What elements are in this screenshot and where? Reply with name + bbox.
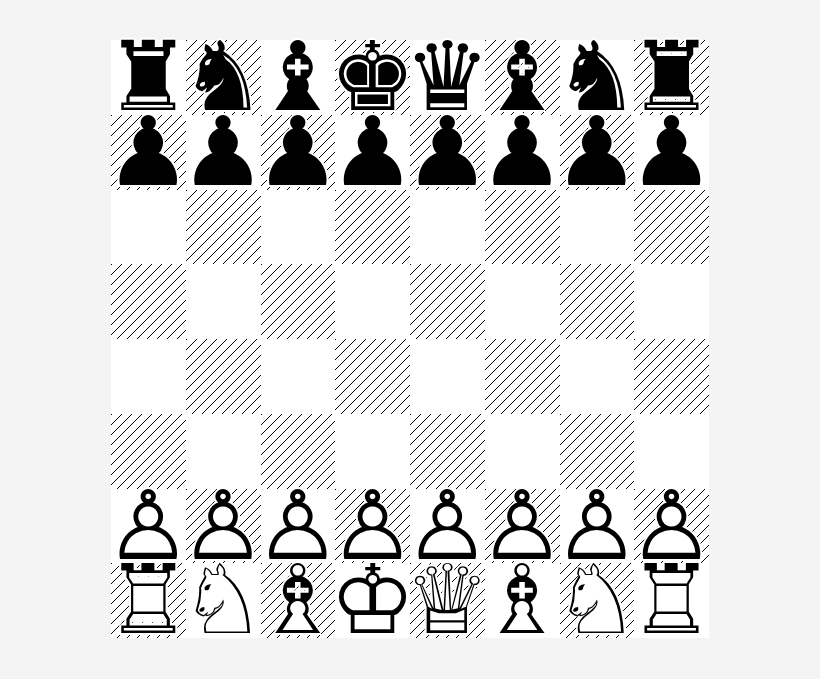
square-f1[interactable]: ♝♗	[485, 563, 560, 638]
square-f7[interactable]: ♟	[485, 115, 560, 190]
piece-fill-layer: ♟	[111, 489, 186, 564]
square-g5[interactable]	[560, 264, 635, 339]
piece-fill-layer: ♟	[186, 489, 261, 564]
square-d3[interactable]	[335, 414, 410, 489]
piece-fill-layer: ♟	[634, 489, 709, 564]
piece-white-bishop: ♝♗	[261, 563, 336, 638]
square-d2[interactable]: ♟♙	[335, 489, 410, 564]
square-f2[interactable]: ♟♙	[485, 489, 560, 564]
piece-white-king: ♚♔	[335, 563, 410, 638]
page-background: ♜♞♝♚♛♝♞♜♟♟♟♟♟♟♟♟♟♙♟♙♟♙♟♙♟♙♟♙♟♙♟♙♜♖♞♘♝♗♚♔…	[0, 0, 820, 679]
piece-black-queen: ♛	[410, 40, 485, 115]
square-h5[interactable]	[634, 264, 709, 339]
square-c1[interactable]: ♝♗	[261, 563, 336, 638]
square-c2[interactable]: ♟♙	[261, 489, 336, 564]
piece-outline-layer: ♙	[335, 489, 410, 564]
square-g2[interactable]: ♟♙	[560, 489, 635, 564]
square-h3[interactable]	[634, 414, 709, 489]
square-a2[interactable]: ♟♙	[111, 489, 186, 564]
piece-black-bishop: ♝	[485, 40, 560, 115]
piece-outline-layer: ♘	[186, 563, 261, 638]
square-g8[interactable]: ♞	[560, 40, 635, 115]
square-a7[interactable]: ♟	[111, 115, 186, 190]
square-e7[interactable]: ♟	[410, 115, 485, 190]
square-g4[interactable]	[560, 339, 635, 414]
square-f3[interactable]	[485, 414, 560, 489]
square-a8[interactable]: ♜	[111, 40, 186, 115]
piece-black-knight: ♞	[560, 40, 635, 115]
piece-white-pawn: ♟♙	[485, 489, 560, 564]
square-b2[interactable]: ♟♙	[186, 489, 261, 564]
piece-fill-layer: ♞	[186, 563, 261, 638]
square-a1[interactable]: ♜♖	[111, 563, 186, 638]
piece-black-pawn: ♟	[335, 115, 410, 190]
square-b1[interactable]: ♞♘	[186, 563, 261, 638]
square-e2[interactable]: ♟♙	[410, 489, 485, 564]
piece-white-bishop: ♝♗	[485, 563, 560, 638]
piece-black-knight: ♞	[186, 40, 261, 115]
square-f4[interactable]	[485, 339, 560, 414]
square-g7[interactable]: ♟	[560, 115, 635, 190]
square-c7[interactable]: ♟	[261, 115, 336, 190]
piece-black-pawn: ♟	[485, 115, 560, 190]
piece-black-rook: ♜	[634, 40, 709, 115]
piece-white-pawn: ♟♙	[560, 489, 635, 564]
square-d4[interactable]	[335, 339, 410, 414]
piece-black-bishop: ♝	[261, 40, 336, 115]
square-e4[interactable]	[410, 339, 485, 414]
square-f6[interactable]	[485, 190, 560, 265]
piece-outline-layer: ♖	[111, 563, 186, 638]
square-a4[interactable]	[111, 339, 186, 414]
square-b8[interactable]: ♞	[186, 40, 261, 115]
square-a3[interactable]	[111, 414, 186, 489]
square-g3[interactable]	[560, 414, 635, 489]
piece-outline-layer: ♙	[186, 489, 261, 564]
piece-fill-layer: ♟	[335, 489, 410, 564]
piece-fill-layer: ♝	[261, 563, 336, 638]
piece-fill-layer: ♟	[485, 489, 560, 564]
square-b4[interactable]	[186, 339, 261, 414]
piece-black-pawn: ♟	[560, 115, 635, 190]
square-a6[interactable]	[111, 190, 186, 265]
piece-white-pawn: ♟♙	[261, 489, 336, 564]
piece-white-knight: ♞♘	[560, 563, 635, 638]
square-c6[interactable]	[261, 190, 336, 265]
piece-outline-layer: ♗	[261, 563, 336, 638]
piece-fill-layer: ♜	[634, 563, 709, 638]
piece-black-pawn: ♟	[634, 115, 709, 190]
piece-fill-layer: ♞	[560, 563, 635, 638]
square-g1[interactable]: ♞♘	[560, 563, 635, 638]
piece-outline-layer: ♘	[560, 563, 635, 638]
piece-outline-layer: ♙	[261, 489, 336, 564]
piece-white-pawn: ♟♙	[186, 489, 261, 564]
square-d1[interactable]: ♚♔	[335, 563, 410, 638]
piece-fill-layer: ♟	[560, 489, 635, 564]
piece-outline-layer: ♕	[410, 563, 485, 638]
square-d5[interactable]	[335, 264, 410, 339]
piece-outline-layer: ♗	[485, 563, 560, 638]
piece-white-pawn: ♟♙	[111, 489, 186, 564]
square-f5[interactable]	[485, 264, 560, 339]
piece-white-knight: ♞♘	[186, 563, 261, 638]
piece-outline-layer: ♙	[485, 489, 560, 564]
square-b7[interactable]: ♟	[186, 115, 261, 190]
square-h6[interactable]	[634, 190, 709, 265]
square-h1[interactable]: ♜♖	[634, 563, 709, 638]
square-e8[interactable]: ♛	[410, 40, 485, 115]
square-e6[interactable]	[410, 190, 485, 265]
square-b5[interactable]	[186, 264, 261, 339]
piece-fill-layer: ♚	[335, 563, 410, 638]
piece-white-queen: ♛♕	[410, 563, 485, 638]
square-d6[interactable]	[335, 190, 410, 265]
piece-white-rook: ♜♖	[111, 563, 186, 638]
square-h7[interactable]: ♟	[634, 115, 709, 190]
square-h8[interactable]: ♜	[634, 40, 709, 115]
square-c5[interactable]	[261, 264, 336, 339]
piece-fill-layer: ♜	[111, 563, 186, 638]
piece-outline-layer: ♔	[335, 563, 410, 638]
square-d8[interactable]: ♚	[335, 40, 410, 115]
square-e1[interactable]: ♛♕	[410, 563, 485, 638]
square-b6[interactable]	[186, 190, 261, 265]
square-e5[interactable]	[410, 264, 485, 339]
piece-outline-layer: ♙	[410, 489, 485, 564]
piece-fill-layer: ♛	[410, 563, 485, 638]
piece-fill-layer: ♟	[410, 489, 485, 564]
piece-fill-layer: ♝	[485, 563, 560, 638]
piece-white-pawn: ♟♙	[410, 489, 485, 564]
piece-outline-layer: ♖	[634, 563, 709, 638]
piece-black-king: ♚	[335, 40, 410, 115]
piece-outline-layer: ♙	[560, 489, 635, 564]
piece-black-rook: ♜	[111, 40, 186, 115]
piece-white-rook: ♜♖	[634, 563, 709, 638]
piece-outline-layer: ♙	[634, 489, 709, 564]
square-e3[interactable]	[410, 414, 485, 489]
square-c8[interactable]: ♝	[261, 40, 336, 115]
piece-black-pawn: ♟	[410, 115, 485, 190]
piece-fill-layer: ♟	[261, 489, 336, 564]
chess-board: ♜♞♝♚♛♝♞♜♟♟♟♟♟♟♟♟♟♙♟♙♟♙♟♙♟♙♟♙♟♙♟♙♜♖♞♘♝♗♚♔…	[111, 40, 709, 638]
piece-black-pawn: ♟	[186, 115, 261, 190]
square-a5[interactable]	[111, 264, 186, 339]
square-c3[interactable]	[261, 414, 336, 489]
piece-black-pawn: ♟	[261, 115, 336, 190]
piece-white-pawn: ♟♙	[634, 489, 709, 564]
square-d7[interactable]: ♟	[335, 115, 410, 190]
square-h2[interactable]: ♟♙	[634, 489, 709, 564]
square-h4[interactable]	[634, 339, 709, 414]
square-c4[interactable]	[261, 339, 336, 414]
square-b3[interactable]	[186, 414, 261, 489]
piece-white-pawn: ♟♙	[335, 489, 410, 564]
piece-outline-layer: ♙	[111, 489, 186, 564]
square-g6[interactable]	[560, 190, 635, 265]
piece-black-pawn: ♟	[111, 115, 186, 190]
square-f8[interactable]: ♝	[485, 40, 560, 115]
